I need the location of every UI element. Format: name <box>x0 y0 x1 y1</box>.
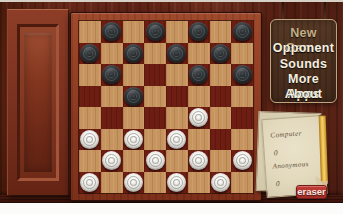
bottom-border-strip <box>0 203 343 214</box>
checker-piece-black[interactable] <box>102 65 121 84</box>
board-square[interactable] <box>144 43 166 65</box>
board-square[interactable] <box>79 43 101 65</box>
board-square[interactable] <box>210 64 232 86</box>
board-square[interactable] <box>144 64 166 86</box>
board-square[interactable] <box>231 172 253 194</box>
board-square[interactable] <box>79 150 101 172</box>
board-square[interactable] <box>188 172 210 194</box>
board-square[interactable] <box>166 107 188 129</box>
checker-piece-white[interactable] <box>80 173 99 192</box>
board-square[interactable] <box>231 150 253 172</box>
sign-string-icon <box>282 2 284 20</box>
player2-name: Anonymous <box>272 159 324 171</box>
board-square[interactable] <box>188 150 210 172</box>
board-square[interactable] <box>231 64 253 86</box>
board-square[interactable] <box>210 86 232 108</box>
board-square[interactable] <box>144 150 166 172</box>
checker-piece-black[interactable] <box>167 44 186 63</box>
board-square[interactable] <box>210 150 232 172</box>
wood-cabinet-panel <box>7 9 69 195</box>
checkers-board <box>70 12 262 201</box>
menu-sign: New Game Opponent Sounds More Apps About <box>270 19 337 103</box>
menu-item-sounds[interactable]: Sounds <box>271 57 336 72</box>
checker-piece-black[interactable] <box>211 44 230 63</box>
board-square[interactable] <box>144 129 166 151</box>
menu-item-new-game[interactable]: New Game <box>271 26 336 41</box>
checker-piece-black[interactable] <box>102 22 121 41</box>
board-square[interactable] <box>210 43 232 65</box>
board-square[interactable] <box>166 43 188 65</box>
menu-item-opponent[interactable]: Opponent <box>271 41 336 56</box>
board-square[interactable] <box>144 86 166 108</box>
board-square[interactable] <box>123 172 145 194</box>
board-square[interactable] <box>123 107 145 129</box>
board-square[interactable] <box>166 150 188 172</box>
checker-piece-white[interactable] <box>211 173 230 192</box>
board-square[interactable] <box>231 129 253 151</box>
board-square[interactable] <box>188 43 210 65</box>
checker-piece-white[interactable] <box>102 151 121 170</box>
board-square[interactable] <box>79 86 101 108</box>
board-square[interactable] <box>210 172 232 194</box>
board-square[interactable] <box>231 43 253 65</box>
board-square[interactable] <box>123 21 145 43</box>
board-square[interactable] <box>166 86 188 108</box>
board-square[interactable] <box>231 107 253 129</box>
board-square[interactable] <box>188 86 210 108</box>
board-square[interactable] <box>101 129 123 151</box>
board-square[interactable] <box>79 107 101 129</box>
checker-piece-white[interactable] <box>167 173 186 192</box>
board-square[interactable] <box>101 64 123 86</box>
checker-piece-white[interactable] <box>80 130 99 149</box>
sign-string-icon <box>324 2 326 20</box>
board-square[interactable] <box>188 21 210 43</box>
board-square[interactable] <box>123 43 145 65</box>
board-square[interactable] <box>101 21 123 43</box>
checker-piece-black[interactable] <box>189 22 208 41</box>
checker-piece-black[interactable] <box>146 22 165 41</box>
checker-piece-white[interactable] <box>167 130 186 149</box>
board-square[interactable] <box>144 172 166 194</box>
board-square[interactable] <box>79 172 101 194</box>
board-square[interactable] <box>231 86 253 108</box>
checker-piece-black[interactable] <box>124 44 143 63</box>
board-square[interactable] <box>231 21 253 43</box>
board-square[interactable] <box>123 129 145 151</box>
board-square[interactable] <box>210 129 232 151</box>
checker-piece-white[interactable] <box>233 151 252 170</box>
checker-piece-black[interactable] <box>233 22 252 41</box>
checker-piece-white[interactable] <box>124 130 143 149</box>
checker-piece-black[interactable] <box>189 65 208 84</box>
player1-score: 0 <box>273 145 324 157</box>
top-border-strip <box>0 0 343 2</box>
board-square[interactable] <box>188 129 210 151</box>
checkers-app-window: New Game Opponent Sounds More Apps About… <box>0 0 343 214</box>
board-square[interactable] <box>188 107 210 129</box>
menu-item-more-apps[interactable]: More Apps <box>271 72 336 87</box>
player1-name: Computer <box>270 128 322 140</box>
board-square[interactable] <box>166 64 188 86</box>
board-square[interactable] <box>101 172 123 194</box>
board-square[interactable] <box>123 64 145 86</box>
checker-piece-white[interactable] <box>124 173 143 192</box>
checker-piece-black[interactable] <box>124 87 143 106</box>
board-square[interactable] <box>123 150 145 172</box>
checker-piece-black[interactable] <box>80 44 99 63</box>
board-square[interactable] <box>144 107 166 129</box>
board-square[interactable] <box>101 86 123 108</box>
board-square[interactable] <box>79 21 101 43</box>
checker-piece-white[interactable] <box>189 151 208 170</box>
checker-piece-black[interactable] <box>233 65 252 84</box>
board-square[interactable] <box>123 86 145 108</box>
board-square[interactable] <box>101 43 123 65</box>
checker-piece-white[interactable] <box>189 108 208 127</box>
board-square[interactable] <box>166 129 188 151</box>
board-square[interactable] <box>210 21 232 43</box>
board-square[interactable] <box>210 107 232 129</box>
board-square[interactable] <box>144 21 166 43</box>
board-square[interactable] <box>79 129 101 151</box>
menu-item-about[interactable]: About <box>271 87 336 102</box>
cabinet-bevel <box>17 24 59 181</box>
eraser-button[interactable]: eraser <box>296 185 327 199</box>
board-square[interactable] <box>188 64 210 86</box>
board-grid <box>79 21 253 193</box>
board-square[interactable] <box>101 150 123 172</box>
board-square[interactable] <box>79 64 101 86</box>
board-square[interactable] <box>166 172 188 194</box>
board-square[interactable] <box>166 21 188 43</box>
board-square[interactable] <box>101 107 123 129</box>
cabinet-center-panel <box>24 33 52 172</box>
checker-piece-white[interactable] <box>146 151 165 170</box>
